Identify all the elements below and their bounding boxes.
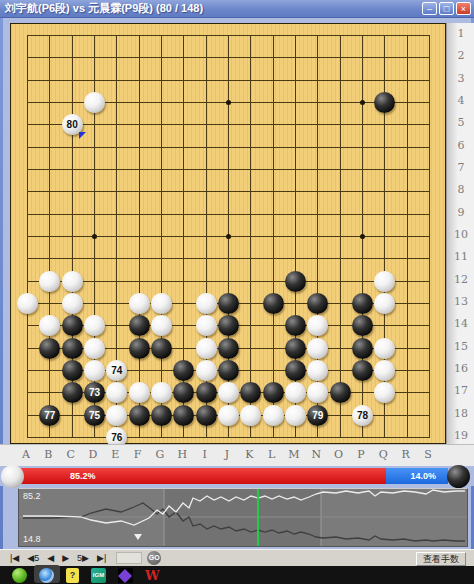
black-stone-P14[interactable]	[352, 315, 373, 336]
go-client-globe-icon[interactable]	[39, 568, 54, 583]
column-label-Q: Q	[373, 448, 393, 461]
column-label-L: L	[262, 448, 282, 461]
graph-min-label: 14.8	[23, 534, 41, 544]
white-stone-D4[interactable]	[84, 92, 105, 113]
row-label-15: 15	[447, 340, 474, 353]
black-stone-J16[interactable]	[218, 360, 239, 381]
black-stone-F14[interactable]	[129, 315, 150, 336]
nav-button-0[interactable]: |◀	[6, 551, 23, 565]
black-stone-M14[interactable]	[285, 315, 306, 336]
white-stone-D15[interactable]	[84, 338, 105, 359]
white-stone-E17[interactable]	[106, 382, 127, 403]
column-label-C: C	[61, 448, 81, 461]
row-label-5: 5	[447, 116, 474, 129]
black-stone-M12[interactable]	[285, 271, 306, 292]
column-label-H: H	[172, 448, 192, 461]
row-label-1: 1	[447, 27, 474, 40]
black-stone-J14[interactable]	[218, 315, 239, 336]
w-app-icon[interactable]: W	[145, 568, 160, 583]
igm-app-icon[interactable]: IGM	[91, 568, 106, 583]
row-label-13: 13	[447, 295, 474, 308]
grid-line-horizontal	[27, 258, 430, 259]
white-winrate-segment	[12, 468, 386, 484]
graph-max-label: 85.2	[23, 491, 41, 501]
black-winrate-label: 14.0%	[410, 471, 436, 481]
white-stone-B14[interactable]	[39, 315, 60, 336]
white-stone-icon	[1, 465, 24, 488]
grid-line-vertical	[340, 35, 341, 438]
last-move-marker	[79, 132, 86, 139]
star-point	[226, 234, 231, 239]
nav-button-4[interactable]: 5▶	[73, 551, 93, 565]
white-stone-A13[interactable]	[17, 293, 38, 314]
black-stone-O17[interactable]	[330, 382, 351, 403]
black-stone-B15[interactable]	[39, 338, 60, 359]
white-winrate-label: 85.2%	[70, 471, 96, 481]
black-stone-Q4[interactable]	[374, 92, 395, 113]
row-label-14: 14	[447, 317, 474, 330]
black-stone-G15[interactable]	[151, 338, 172, 359]
white-stone-E16[interactable]: 74	[106, 360, 127, 381]
star-point	[360, 100, 365, 105]
black-stone-L17[interactable]	[263, 382, 284, 403]
white-stone-L18[interactable]	[263, 405, 284, 426]
row-label-16: 16	[447, 362, 474, 375]
nav-button-1[interactable]: ◀5	[23, 551, 43, 565]
white-stone-Q15[interactable]	[374, 338, 395, 359]
column-label-P: P	[351, 448, 371, 461]
grid-line-horizontal	[27, 281, 430, 282]
winrate-graph[interactable]: 85.2 14.8	[18, 488, 468, 547]
white-stone-C13[interactable]	[62, 293, 83, 314]
white-stone-D14[interactable]	[84, 315, 105, 336]
black-stone-K17[interactable]	[240, 382, 261, 403]
title-bar[interactable]: 刘宇航(P6段) vs 元晨霖(P9段) (80 / 148) – □ ×	[0, 0, 474, 18]
white-stone-I13[interactable]	[196, 293, 217, 314]
nav-button-2[interactable]: ◀	[43, 551, 58, 565]
grid-line-horizontal	[27, 437, 430, 438]
grid-line-vertical	[429, 35, 430, 438]
white-stone-N14[interactable]	[307, 315, 328, 336]
row-label-10: 10	[447, 228, 474, 241]
window-title: 刘宇航(P6段) vs 元晨霖(P9段) (80 / 148)	[0, 1, 203, 16]
white-stone-D16[interactable]	[84, 360, 105, 381]
black-stone-I18[interactable]	[196, 405, 217, 426]
white-stone-M18[interactable]	[285, 405, 306, 426]
row-label-12: 12	[447, 273, 474, 286]
white-stone-N15[interactable]	[307, 338, 328, 359]
maximize-button[interactable]: □	[439, 2, 454, 15]
column-label-G: G	[150, 448, 170, 461]
star-point	[360, 234, 365, 239]
row-number-strip: 12345678910111213141516171819	[446, 23, 474, 444]
white-stone-F17[interactable]	[129, 382, 150, 403]
white-stone-I15[interactable]	[196, 338, 217, 359]
winrate-bar: 85.2% 14.0%	[0, 466, 474, 486]
minimize-button[interactable]: –	[422, 2, 437, 15]
column-label-M: M	[284, 448, 304, 461]
white-stone-J18[interactable]	[218, 405, 239, 426]
black-stone-M15[interactable]	[285, 338, 306, 359]
column-label-S: S	[418, 448, 438, 461]
column-label-B: B	[38, 448, 58, 461]
grid-line-vertical	[407, 35, 408, 438]
black-stone-L13[interactable]	[263, 293, 284, 314]
row-label-11: 11	[447, 250, 474, 263]
white-stone-Q12[interactable]	[374, 271, 395, 292]
column-label-E: E	[105, 448, 125, 461]
black-stone-C14[interactable]	[62, 315, 83, 336]
notes-icon[interactable]: ?	[66, 568, 79, 583]
row-label-6: 6	[447, 139, 474, 152]
move-jump-input[interactable]	[116, 552, 142, 564]
media-app-icon[interactable]	[118, 568, 133, 583]
row-label-18: 18	[447, 407, 474, 420]
winrate-graph-plot	[19, 489, 467, 546]
row-label-7: 7	[447, 161, 474, 174]
black-stone-D17[interactable]: 73	[84, 382, 105, 403]
star-point	[92, 234, 97, 239]
green-ball-icon[interactable]	[12, 568, 27, 583]
column-label-A: A	[16, 448, 36, 461]
black-stone-D18[interactable]: 75	[84, 405, 105, 426]
black-stone-icon	[447, 465, 470, 488]
playback-control-bar: |◀◀5◀▶5▶▶| GO 查看手数	[0, 549, 474, 566]
row-label-17: 17	[447, 384, 474, 397]
view-move-numbers-button[interactable]: 查看手数	[416, 552, 466, 566]
go-jump-button[interactable]: GO	[147, 551, 161, 565]
black-stone-P13[interactable]	[352, 293, 373, 314]
column-label-R: R	[396, 448, 416, 461]
black-stone-H17[interactable]	[173, 382, 194, 403]
white-stone-G13[interactable]	[151, 293, 172, 314]
white-stone-Q13[interactable]	[374, 293, 395, 314]
white-stone-G14[interactable]	[151, 315, 172, 336]
black-stone-G18[interactable]	[151, 405, 172, 426]
row-label-9: 9	[447, 206, 474, 219]
white-stone-B12[interactable]	[39, 271, 60, 292]
white-stone-F13[interactable]	[129, 293, 150, 314]
white-stone-E18[interactable]	[106, 405, 127, 426]
black-stone-B18[interactable]: 77	[39, 405, 60, 426]
white-stone-J17[interactable]	[218, 382, 239, 403]
row-label-19: 19	[447, 429, 474, 442]
white-stone-N17[interactable]	[307, 382, 328, 403]
black-stone-P16[interactable]	[352, 360, 373, 381]
black-stone-M16[interactable]	[285, 360, 306, 381]
white-stone-I16[interactable]	[196, 360, 217, 381]
column-label-D: D	[83, 448, 103, 461]
grid-line-vertical	[273, 35, 274, 438]
star-point	[226, 100, 231, 105]
row-label-2: 2	[447, 49, 474, 62]
column-label-K: K	[239, 448, 259, 461]
row-label-3: 3	[447, 72, 474, 85]
grid-line-vertical	[250, 35, 251, 438]
black-stone-I17[interactable]	[196, 382, 217, 403]
column-letter-strip: ABCDEFGHIJKLMNOPQRS	[0, 444, 474, 466]
black-stone-C16[interactable]	[62, 360, 83, 381]
go-app-window: 刘宇航(P6段) vs 元晨霖(P9段) (80 / 148) – □ × 80…	[0, 0, 474, 584]
black-stone-C17[interactable]	[62, 382, 83, 403]
black-stone-N18[interactable]: 79	[307, 405, 328, 426]
black-stone-H18[interactable]	[173, 405, 194, 426]
nav-button-3[interactable]: ▶	[58, 551, 73, 565]
white-stone-P18[interactable]: 78	[352, 405, 373, 426]
os-taskbar[interactable]: ? IGM W	[0, 566, 474, 584]
black-stone-F15[interactable]	[129, 338, 150, 359]
column-label-I: I	[195, 448, 215, 461]
white-stone-M17[interactable]	[285, 382, 306, 403]
column-label-F: F	[128, 448, 148, 461]
black-stone-J15[interactable]	[218, 338, 239, 359]
black-stone-N13[interactable]	[307, 293, 328, 314]
white-stone-Q17[interactable]	[374, 382, 395, 403]
column-label-O: O	[329, 448, 349, 461]
black-stone-P15[interactable]	[352, 338, 373, 359]
close-button[interactable]: ×	[456, 2, 471, 15]
black-stone-J13[interactable]	[218, 293, 239, 314]
nav-button-5[interactable]: ▶|	[93, 551, 110, 565]
black-stone-H16[interactable]	[173, 360, 194, 381]
black-stone-C15[interactable]	[62, 338, 83, 359]
white-stone-G17[interactable]	[151, 382, 172, 403]
white-stone-K18[interactable]	[240, 405, 261, 426]
white-stone-N16[interactable]	[307, 360, 328, 381]
white-stone-I14[interactable]	[196, 315, 217, 336]
go-board[interactable]: 8074737775797876	[10, 23, 446, 444]
white-stone-C12[interactable]	[62, 271, 83, 292]
column-label-J: J	[217, 448, 237, 461]
row-label-8: 8	[447, 183, 474, 196]
white-stone-Q16[interactable]	[374, 360, 395, 381]
row-label-4: 4	[447, 94, 474, 107]
column-label-N: N	[306, 448, 326, 461]
black-stone-F18[interactable]	[129, 405, 150, 426]
